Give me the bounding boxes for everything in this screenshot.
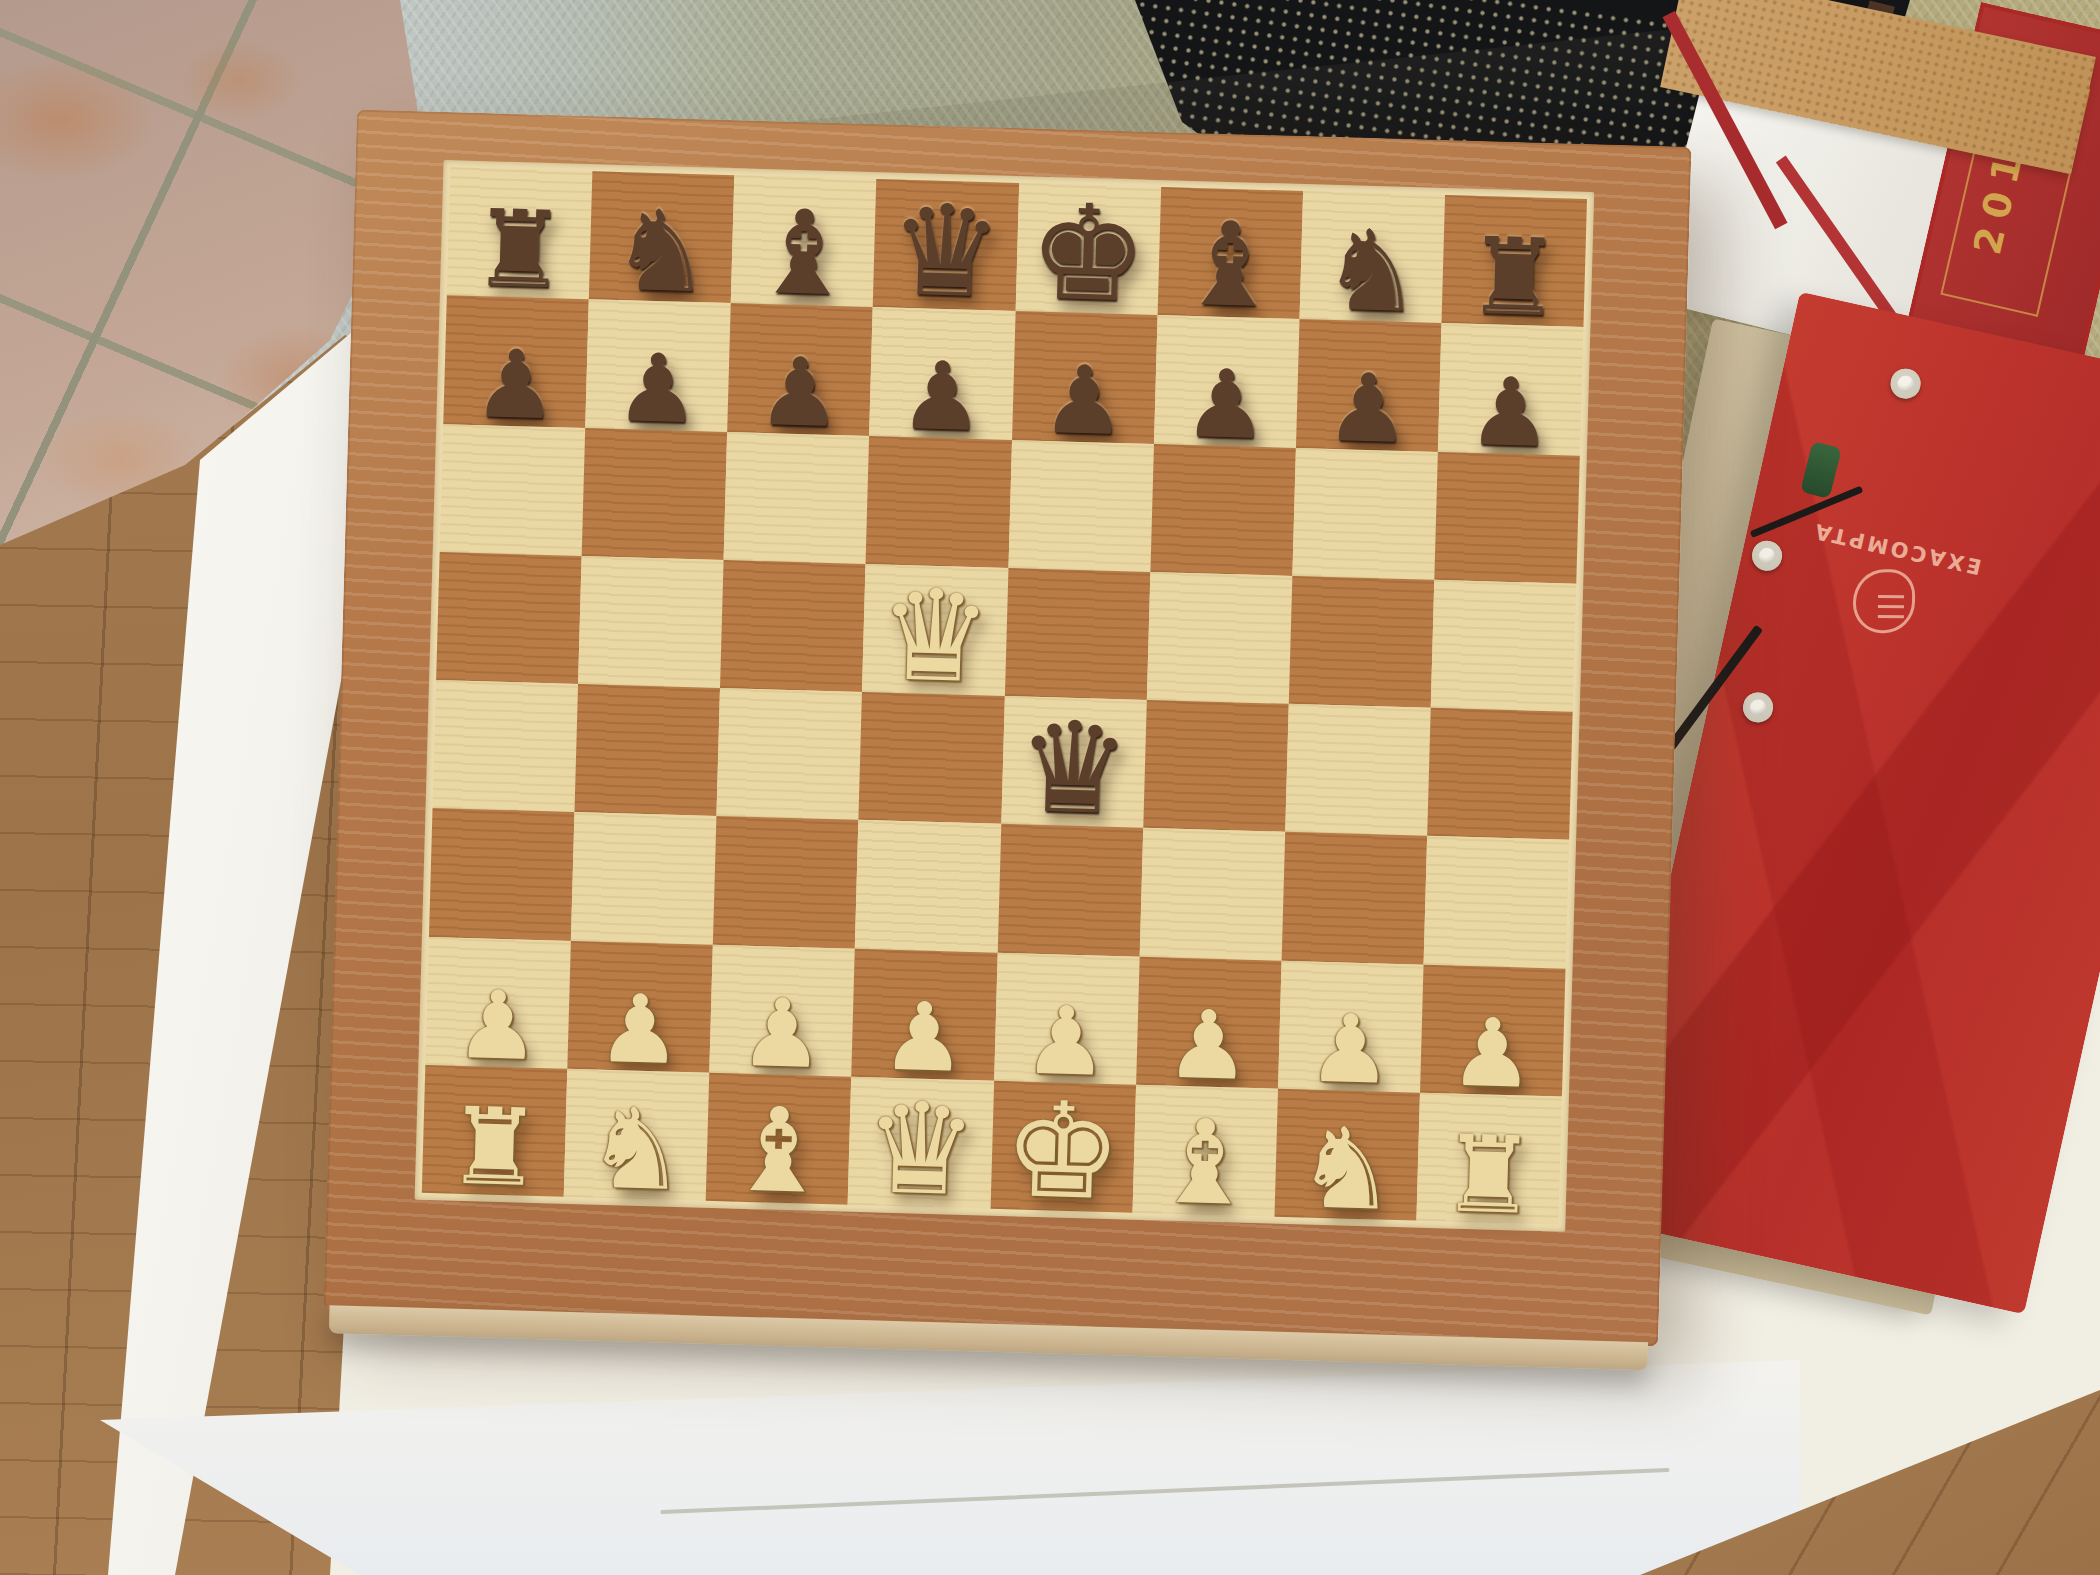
- square-e1[interactable]: ♚: [990, 1081, 1136, 1213]
- square-h3[interactable]: [1423, 836, 1569, 968]
- piece-black-P-g7[interactable]: ♟: [1324, 360, 1411, 456]
- square-c7[interactable]: ♟: [727, 303, 873, 435]
- square-f5[interactable]: [1146, 572, 1292, 704]
- piece-white-B-c1[interactable]: ♝: [725, 1091, 832, 1210]
- piece-white-P-a2[interactable]: ♟: [454, 977, 541, 1073]
- square-d1[interactable]: ♛: [848, 1077, 994, 1209]
- square-a7[interactable]: ♟: [443, 295, 589, 427]
- piece-black-B-c8[interactable]: ♝: [750, 194, 857, 313]
- square-a5[interactable]: [436, 552, 582, 684]
- square-f1[interactable]: ♝: [1132, 1084, 1278, 1216]
- folder-eyelet: [1888, 366, 1924, 402]
- piece-black-P-c7[interactable]: ♟: [756, 344, 843, 440]
- square-c1[interactable]: ♝: [706, 1073, 852, 1205]
- square-h2[interactable]: ♟: [1420, 964, 1566, 1096]
- square-g6[interactable]: [1292, 447, 1438, 579]
- square-c4[interactable]: [717, 688, 863, 820]
- piece-black-K-e8[interactable]: ♚: [1027, 186, 1149, 321]
- square-g7[interactable]: ♟: [1296, 319, 1442, 451]
- piece-white-K-e1[interactable]: ♚: [1002, 1083, 1124, 1218]
- square-d2[interactable]: ♟: [852, 948, 998, 1080]
- piece-white-B-f1[interactable]: ♝: [1151, 1103, 1258, 1222]
- piece-black-P-b7[interactable]: ♟: [614, 340, 701, 436]
- piece-black-N-g8[interactable]: ♞: [1320, 214, 1423, 329]
- square-h8[interactable]: ♜: [1441, 195, 1587, 327]
- piece-white-P-g2[interactable]: ♟: [1307, 1001, 1394, 1097]
- square-f8[interactable]: ♝: [1157, 187, 1303, 319]
- square-a3[interactable]: [429, 808, 575, 940]
- square-g2[interactable]: ♟: [1278, 960, 1424, 1092]
- piece-black-P-a7[interactable]: ♟: [472, 336, 559, 432]
- square-f4[interactable]: [1143, 700, 1289, 832]
- piece-white-N-b1[interactable]: ♞: [585, 1091, 688, 1206]
- piece-black-B-f8[interactable]: ♝: [1176, 206, 1283, 325]
- square-d3[interactable]: [855, 820, 1001, 952]
- piece-black-P-f7[interactable]: ♟: [1182, 356, 1269, 452]
- square-c5[interactable]: [720, 560, 866, 692]
- piece-white-Q-d1[interactable]: ♛: [862, 1085, 978, 1214]
- piece-white-N-g1[interactable]: ♞: [1295, 1111, 1398, 1226]
- square-d7[interactable]: ♟: [869, 307, 1015, 439]
- piece-white-P-f2[interactable]: ♟: [1164, 997, 1251, 1093]
- piece-white-P-d2[interactable]: ♟: [880, 989, 967, 1085]
- square-e5[interactable]: [1004, 568, 1150, 700]
- square-b7[interactable]: ♟: [585, 299, 731, 431]
- square-a6[interactable]: [440, 424, 586, 556]
- square-h6[interactable]: [1434, 451, 1580, 583]
- square-c3[interactable]: [713, 816, 859, 948]
- square-a1[interactable]: ♜: [422, 1065, 568, 1197]
- piece-white-P-h2[interactable]: ♟: [1449, 1005, 1536, 1101]
- square-e7[interactable]: ♟: [1012, 311, 1158, 443]
- chess-board: ♜♞♝♛♚♝♞♜♟♟♟♟♟♟♟♟♛♛♟♟♟♟♟♟♟♟♜♞♝♛♚♝♞♜: [324, 110, 1692, 1347]
- square-b8[interactable]: ♞: [589, 171, 735, 303]
- square-a2[interactable]: ♟: [425, 936, 571, 1068]
- square-d4[interactable]: [859, 692, 1005, 824]
- piece-black-P-e7[interactable]: ♟: [1040, 352, 1127, 448]
- square-a4[interactable]: [433, 680, 579, 812]
- square-b5[interactable]: [578, 556, 724, 688]
- exacompta-logo-icon: [1853, 569, 1916, 634]
- square-g5[interactable]: [1289, 576, 1435, 708]
- piece-black-R-h8[interactable]: ♜: [1465, 224, 1563, 333]
- square-g1[interactable]: ♞: [1274, 1088, 1420, 1220]
- square-d8[interactable]: ♛: [873, 179, 1019, 311]
- piece-white-R-h1[interactable]: ♜: [1440, 1121, 1538, 1230]
- square-g4[interactable]: [1285, 704, 1431, 836]
- square-b2[interactable]: ♟: [567, 940, 713, 1072]
- square-e6[interactable]: [1008, 440, 1154, 572]
- board-grid: ♜♞♝♛♚♝♞♜♟♟♟♟♟♟♟♟♛♛♟♟♟♟♟♟♟♟♜♞♝♛♚♝♞♜: [422, 167, 1587, 1224]
- square-d6[interactable]: [866, 436, 1012, 568]
- square-g8[interactable]: ♞: [1299, 191, 1445, 323]
- piece-black-P-d7[interactable]: ♟: [898, 348, 985, 444]
- square-f7[interactable]: ♟: [1154, 315, 1300, 447]
- square-b1[interactable]: ♞: [564, 1069, 710, 1201]
- piece-black-P-h7[interactable]: ♟: [1467, 364, 1554, 460]
- square-d5[interactable]: ♛: [862, 564, 1008, 696]
- square-f2[interactable]: ♟: [1136, 956, 1282, 1088]
- square-c6[interactable]: [724, 432, 870, 564]
- square-e2[interactable]: ♟: [994, 952, 1140, 1084]
- square-e4[interactable]: ♛: [1001, 696, 1147, 828]
- piece-white-P-b2[interactable]: ♟: [596, 981, 683, 1077]
- square-h1[interactable]: ♜: [1416, 1092, 1562, 1224]
- square-e3[interactable]: [997, 824, 1143, 956]
- board-maple-strip: ♜♞♝♛♚♝♞♜♟♟♟♟♟♟♟♟♛♛♟♟♟♟♟♟♟♟♜♞♝♛♚♝♞♜: [415, 160, 1595, 1232]
- piece-black-R-a8[interactable]: ♜: [470, 196, 568, 305]
- folder-eyelet: [1740, 690, 1776, 726]
- square-f3[interactable]: [1139, 828, 1285, 960]
- square-b4[interactable]: [575, 684, 721, 816]
- piece-black-Q-d8[interactable]: ♛: [887, 188, 1003, 317]
- square-f6[interactable]: [1150, 443, 1296, 575]
- folder-eyelet: [1749, 538, 1785, 574]
- square-c8[interactable]: ♝: [731, 175, 877, 307]
- square-h5[interactable]: [1431, 580, 1577, 712]
- square-g3[interactable]: [1281, 832, 1427, 964]
- square-a8[interactable]: ♜: [447, 167, 593, 299]
- square-b3[interactable]: [571, 812, 717, 944]
- square-c2[interactable]: ♟: [710, 944, 856, 1076]
- piece-white-R-a1[interactable]: ♜: [445, 1094, 543, 1203]
- square-h4[interactable]: [1427, 708, 1573, 840]
- square-e8[interactable]: ♚: [1015, 183, 1161, 315]
- square-b6[interactable]: [582, 428, 728, 560]
- square-h7[interactable]: ♟: [1438, 323, 1584, 455]
- piece-black-Q-e4[interactable]: ♛: [1015, 705, 1131, 834]
- photo-canvas: { "game": "chess", "view": "photo of a w…: [0, 0, 2100, 1575]
- piece-black-N-b8[interactable]: ♞: [610, 194, 713, 309]
- piece-white-P-c2[interactable]: ♟: [738, 985, 825, 1081]
- table-front-face: [100, 1360, 1800, 1575]
- piece-white-Q-d5[interactable]: ♛: [877, 572, 993, 701]
